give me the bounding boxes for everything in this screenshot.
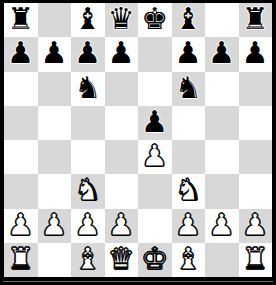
square-h3[interactable] <box>239 174 273 208</box>
square-f7[interactable]: ♟ <box>172 37 206 71</box>
square-g8[interactable] <box>205 3 239 37</box>
square-c4[interactable] <box>71 140 105 174</box>
square-g6[interactable] <box>205 72 239 106</box>
square-g1[interactable] <box>205 243 239 277</box>
white-knight-piece: ♞ <box>74 175 101 205</box>
square-c2[interactable]: ♟ <box>71 209 105 243</box>
square-g7[interactable]: ♟ <box>205 37 239 71</box>
black-pawn-piece: ♟ <box>108 38 135 68</box>
square-e4[interactable]: ♟ <box>138 140 172 174</box>
white-pawn-piece: ♟ <box>208 210 235 240</box>
square-c5[interactable] <box>71 106 105 140</box>
square-f3[interactable]: ♞ <box>172 174 206 208</box>
square-d4[interactable] <box>105 140 139 174</box>
square-f1[interactable]: ♝ <box>172 243 206 277</box>
white-pawn-piece: ♟ <box>141 141 168 171</box>
square-a4[interactable] <box>4 140 38 174</box>
square-g5[interactable] <box>205 106 239 140</box>
black-knight-piece: ♞ <box>175 73 202 103</box>
square-e8[interactable]: ♚ <box>138 3 172 37</box>
square-f6[interactable]: ♞ <box>172 72 206 106</box>
white-king-piece: ♚ <box>141 244 168 274</box>
square-e2[interactable] <box>138 209 172 243</box>
black-bishop-piece: ♝ <box>175 4 202 34</box>
white-pawn-piece: ♟ <box>242 210 269 240</box>
square-b3[interactable] <box>38 174 72 208</box>
square-g3[interactable] <box>205 174 239 208</box>
black-pawn-piece: ♟ <box>41 38 68 68</box>
square-e6[interactable] <box>138 72 172 106</box>
black-queen-piece: ♛ <box>108 4 135 34</box>
square-g4[interactable] <box>205 140 239 174</box>
square-a3[interactable] <box>4 174 38 208</box>
square-h5[interactable] <box>239 106 273 140</box>
square-b1[interactable] <box>38 243 72 277</box>
black-pawn-piece: ♟ <box>74 38 101 68</box>
square-b8[interactable] <box>38 3 72 37</box>
square-a7[interactable]: ♟ <box>4 37 38 71</box>
black-pawn-piece: ♟ <box>141 107 168 137</box>
black-bishop-piece: ♝ <box>74 4 101 34</box>
square-a1[interactable]: ♜ <box>4 243 38 277</box>
square-d2[interactable]: ♟ <box>105 209 139 243</box>
square-c3[interactable]: ♞ <box>71 174 105 208</box>
square-b4[interactable] <box>38 140 72 174</box>
square-f8[interactable]: ♝ <box>172 3 206 37</box>
square-g2[interactable]: ♟ <box>205 209 239 243</box>
square-f4[interactable] <box>172 140 206 174</box>
chess-board: ♜♝♛♚♝♜♟♟♟♟♟♟♟♞♞♟♟♞♞♟♟♟♟♟♟♟♜♝♛♚♝♜ <box>4 3 272 277</box>
square-e3[interactable] <box>138 174 172 208</box>
black-pawn-piece: ♟ <box>242 38 269 68</box>
square-c8[interactable]: ♝ <box>71 3 105 37</box>
square-b2[interactable]: ♟ <box>38 209 72 243</box>
white-bishop-piece: ♝ <box>74 244 101 274</box>
square-e1[interactable]: ♚ <box>138 243 172 277</box>
square-f2[interactable]: ♟ <box>172 209 206 243</box>
white-queen-piece: ♛ <box>108 244 135 274</box>
black-knight-piece: ♞ <box>74 73 101 103</box>
square-h2[interactable]: ♟ <box>239 209 273 243</box>
square-e7[interactable] <box>138 37 172 71</box>
square-e5[interactable]: ♟ <box>138 106 172 140</box>
square-b6[interactable] <box>38 72 72 106</box>
black-king-piece: ♚ <box>141 4 168 34</box>
square-a2[interactable]: ♟ <box>4 209 38 243</box>
square-c7[interactable]: ♟ <box>71 37 105 71</box>
square-a5[interactable] <box>4 106 38 140</box>
black-pawn-piece: ♟ <box>175 38 202 68</box>
square-c1[interactable]: ♝ <box>71 243 105 277</box>
square-d5[interactable] <box>105 106 139 140</box>
square-b5[interactable] <box>38 106 72 140</box>
square-b7[interactable]: ♟ <box>38 37 72 71</box>
white-pawn-piece: ♟ <box>175 210 202 240</box>
square-d3[interactable] <box>105 174 139 208</box>
square-d1[interactable]: ♛ <box>105 243 139 277</box>
black-rook-piece: ♜ <box>242 4 269 34</box>
square-d6[interactable] <box>105 72 139 106</box>
square-f5[interactable] <box>172 106 206 140</box>
black-pawn-piece: ♟ <box>7 38 34 68</box>
square-a6[interactable] <box>4 72 38 106</box>
white-rook-piece: ♜ <box>242 244 269 274</box>
chess-board-frame: ♜♝♛♚♝♜♟♟♟♟♟♟♟♞♞♟♟♞♞♟♟♟♟♟♟♟♜♝♛♚♝♜ <box>0 0 276 285</box>
square-h8[interactable]: ♜ <box>239 3 273 37</box>
square-h6[interactable] <box>239 72 273 106</box>
white-pawn-piece: ♟ <box>108 210 135 240</box>
white-bishop-piece: ♝ <box>175 244 202 274</box>
square-d8[interactable]: ♛ <box>105 3 139 37</box>
white-pawn-piece: ♟ <box>41 210 68 240</box>
black-pawn-piece: ♟ <box>208 38 235 68</box>
square-c6[interactable]: ♞ <box>71 72 105 106</box>
square-h1[interactable]: ♜ <box>239 243 273 277</box>
white-pawn-piece: ♟ <box>74 210 101 240</box>
square-d7[interactable]: ♟ <box>105 37 139 71</box>
square-a8[interactable]: ♜ <box>4 3 38 37</box>
white-knight-piece: ♞ <box>175 175 202 205</box>
square-h4[interactable] <box>239 140 273 174</box>
white-pawn-piece: ♟ <box>7 210 34 240</box>
black-rook-piece: ♜ <box>7 4 34 34</box>
square-h7[interactable]: ♟ <box>239 37 273 71</box>
white-rook-piece: ♜ <box>7 244 34 274</box>
